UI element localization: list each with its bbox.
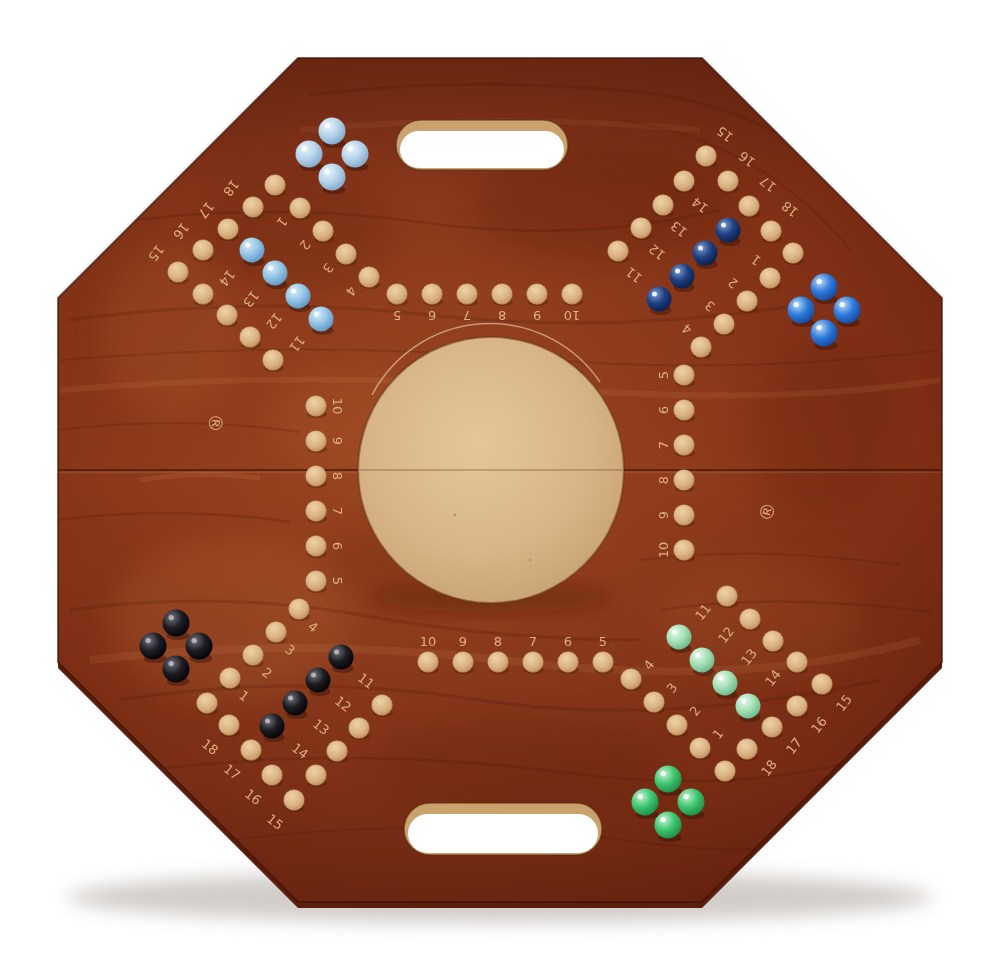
hole-top_right-track-10[interactable]: [674, 540, 696, 563]
hole-bottom_left-track-5[interactable]: [306, 571, 328, 594]
track-number-top_left-7: 7: [463, 308, 471, 323]
hole-bottom_right-track-5[interactable]: [593, 652, 615, 675]
hole-top_left-track-13[interactable]: [217, 305, 239, 328]
hole-bottom_left-track-4[interactable]: [289, 599, 311, 622]
hole-bottom_right-track-8[interactable]: [488, 652, 510, 675]
hole-top_left-track-16[interactable]: [193, 240, 215, 263]
track-number-bottom_right-7: 7: [529, 634, 537, 649]
hole-bottom_left-corner[interactable]: [197, 693, 219, 716]
track-number-top_left-5: 5: [393, 308, 401, 323]
hole-top_right-track-16[interactable]: [718, 171, 740, 194]
track-number-bottom_left-8: 8: [330, 472, 345, 480]
hole-top_left-track-2[interactable]: [313, 221, 335, 244]
track-number-bottom_right-6: 6: [564, 634, 572, 649]
track-number-top_right-5: 5: [656, 371, 671, 379]
marble-green-bottom_right-base-2[interactable]: [678, 789, 705, 820]
hole-top_right-track-17[interactable]: [739, 196, 761, 219]
marble-black-bottom_left-base-3[interactable]: [163, 610, 190, 641]
hole-bottom_left-track-6[interactable]: [306, 536, 328, 559]
marble-black-bottom_left-base-2[interactable]: [163, 656, 190, 687]
hole-bottom_left-track-9[interactable]: [306, 431, 328, 454]
hole-top_left-track-4[interactable]: [359, 267, 381, 290]
hole-bottom_left-track-1[interactable]: [220, 668, 242, 691]
hole-top_right-track-9[interactable]: [674, 505, 696, 528]
marble-black-bottom_left-base-1[interactable]: [140, 633, 167, 664]
hole-bottom_right-track-2[interactable]: [667, 715, 689, 738]
track-number-top_left-6: 6: [428, 308, 436, 323]
track-number-bottom_left-10: 10: [330, 398, 345, 415]
hole-bottom_right-track-9[interactable]: [453, 652, 475, 675]
hole-bottom_right-track-1[interactable]: [690, 738, 712, 761]
hole-top_right-track-13[interactable]: [653, 195, 675, 218]
hole-bottom_right-track-15[interactable]: [812, 674, 834, 697]
hole-top_right-track-11[interactable]: [608, 241, 630, 264]
hole-top_right-track-18[interactable]: [761, 221, 783, 244]
hole-top_left-track-15[interactable]: [168, 262, 190, 285]
hole-bottom_left-track-11[interactable]: [372, 695, 394, 718]
wahoo-board: 1234567891011121314151617181234567891011…: [0, 0, 1000, 978]
track-number-bottom_right-10: 10: [420, 634, 437, 649]
marble-blue-top_right-base-1[interactable]: [834, 297, 861, 328]
hole-top_left-track-3[interactable]: [336, 244, 358, 267]
marble-powder-blue-top_left-base-1[interactable]: [319, 118, 346, 149]
hole-bottom_left-track-3[interactable]: [266, 622, 288, 645]
marble-powder-blue-top_left-base-3[interactable]: [342, 141, 369, 172]
hole-top_left-track-1[interactable]: [290, 198, 312, 221]
hole-top_left-track-17[interactable]: [218, 219, 240, 242]
hole-bottom_left-track-7[interactable]: [306, 501, 328, 524]
track-number-top_right-8: 8: [656, 476, 671, 484]
hole-top_left-track-7[interactable]: [457, 284, 479, 307]
hole-top_left-track-8[interactable]: [492, 284, 514, 307]
hole-bottom_right-track-13[interactable]: [763, 631, 785, 654]
hole-bottom_right-track-4[interactable]: [621, 669, 643, 692]
hole-top_left-track-9[interactable]: [527, 284, 549, 307]
marble-powder-blue-top_left-base-2[interactable]: [296, 141, 323, 172]
track-number-top_right-6: 6: [656, 406, 671, 414]
hole-top_right-track-15[interactable]: [696, 146, 718, 169]
registered-trademark-icon: ®: [204, 413, 228, 434]
track-number-bottom_right-5: 5: [599, 634, 607, 649]
track-number-top_left-9: 9: [533, 308, 541, 323]
hole-top_right-track-12[interactable]: [631, 218, 653, 241]
hole-top_right-track-7[interactable]: [674, 435, 696, 458]
handle-cutout-top: [396, 120, 568, 170]
hole-top_left-corner[interactable]: [265, 175, 287, 198]
hole-bottom_right-track-12[interactable]: [740, 609, 762, 632]
track-number-bottom_left-7: 7: [330, 507, 345, 515]
hole-bottom_left-track-17[interactable]: [241, 740, 263, 763]
hole-top_right-corner[interactable]: [783, 243, 805, 266]
hole-top_left-track-6[interactable]: [422, 284, 444, 307]
hole-bottom_left-track-13[interactable]: [327, 741, 349, 764]
hole-top_right-track-5[interactable]: [674, 365, 696, 388]
marble-blue-top_right-base-2[interactable]: [811, 274, 838, 305]
hole-bottom_right-track-10[interactable]: [418, 652, 440, 675]
hole-bottom_left-track-12[interactable]: [349, 718, 371, 741]
track-number-top_right-9: 9: [656, 511, 671, 519]
hole-bottom_left-track-18[interactable]: [219, 715, 241, 738]
hole-bottom_left-track-15[interactable]: [284, 790, 306, 813]
hole-top_left-track-11[interactable]: [263, 350, 285, 373]
hole-top_left-track-5[interactable]: [387, 284, 409, 307]
hole-bottom_left-track-10[interactable]: [306, 396, 328, 419]
track-number-top_right-10: 10: [656, 542, 671, 559]
track-number-bottom_right-9: 9: [459, 634, 467, 649]
track-number-top_left-10: 10: [564, 308, 581, 323]
photo-background: 1234567891011121314151617181234567891011…: [0, 0, 1000, 978]
hole-top_left-track-10[interactable]: [562, 284, 584, 307]
hole-top_left-track-14[interactable]: [193, 284, 215, 307]
hole-top_left-track-12[interactable]: [240, 327, 262, 350]
hole-bottom_right-track-14[interactable]: [787, 652, 809, 675]
track-number-top_left-8: 8: [498, 308, 506, 323]
track-number-bottom_right-8: 8: [494, 634, 502, 649]
hole-top_left-track-18[interactable]: [243, 197, 265, 220]
hole-bottom_right-track-7[interactable]: [523, 652, 545, 675]
hole-top_right-track-14[interactable]: [674, 171, 696, 194]
hole-bottom_left-track-16[interactable]: [262, 765, 284, 788]
hole-top_right-track-8[interactable]: [674, 470, 696, 493]
marble-green-bottom_right-base-4[interactable]: [655, 766, 682, 797]
hole-top_right-track-4[interactable]: [691, 337, 713, 360]
hole-top_right-track-6[interactable]: [674, 400, 696, 423]
hole-bottom_left-track-14[interactable]: [306, 765, 328, 788]
hole-bottom_right-track-17[interactable]: [762, 717, 784, 740]
track-number-bottom_left-6: 6: [330, 542, 345, 550]
hole-bottom_right-track-6[interactable]: [558, 652, 580, 675]
marble-blue-top_right-base-4[interactable]: [788, 297, 815, 328]
marble-black-bottom_left-base-4[interactable]: [186, 633, 213, 664]
hole-bottom_right-track-18[interactable]: [737, 739, 759, 762]
hole-bottom_right-track-3[interactable]: [644, 692, 666, 715]
hole-bottom_right-track-16[interactable]: [787, 696, 809, 719]
marble-blue-top_right-base-3[interactable]: [811, 320, 838, 351]
handle-cutout-bottom: [404, 803, 602, 855]
track-number-bottom_left-9: 9: [330, 437, 345, 445]
marble-powder-blue-top_left-base-4[interactable]: [319, 164, 346, 195]
marble-green-bottom_right-base-3[interactable]: [632, 789, 659, 820]
track-number-top_right-7: 7: [656, 441, 671, 449]
hole-top_right-track-3[interactable]: [714, 314, 736, 337]
hole-bottom_left-track-8[interactable]: [306, 466, 328, 489]
hole-top_right-track-1[interactable]: [760, 268, 782, 291]
hole-bottom_left-track-2[interactable]: [243, 645, 265, 668]
marble-green-bottom_right-base-1[interactable]: [655, 812, 682, 843]
hole-top_right-track-2[interactable]: [737, 291, 759, 314]
track-number-bottom_left-5: 5: [330, 577, 345, 585]
hole-bottom_right-corner[interactable]: [715, 761, 737, 784]
hole-bottom_right-track-11[interactable]: [717, 586, 739, 609]
